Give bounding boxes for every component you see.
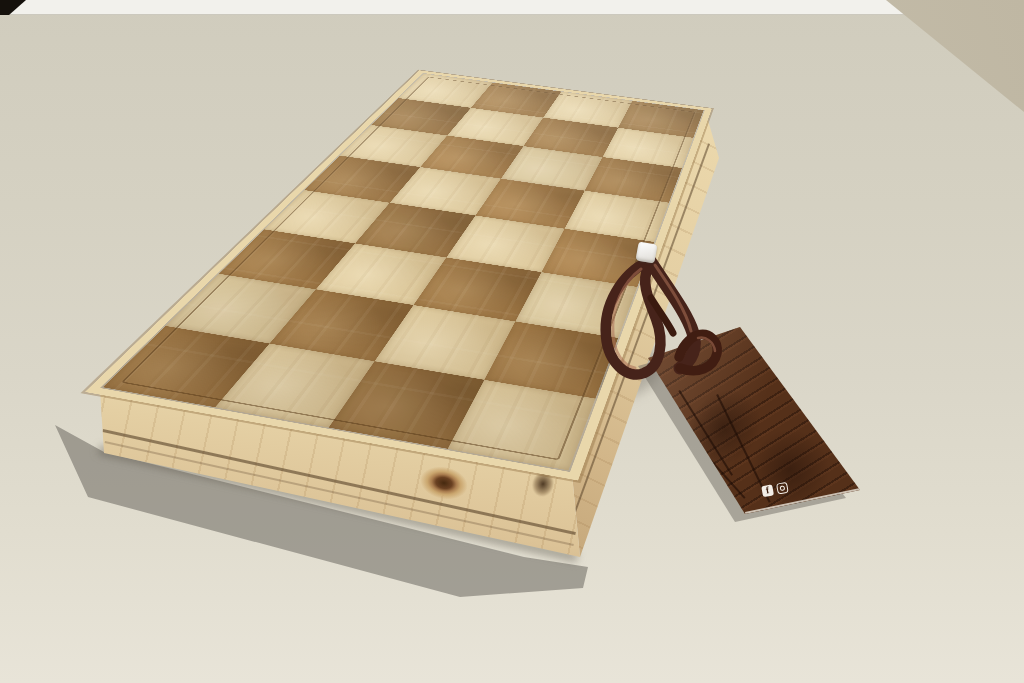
wall-background: [0, 0, 1024, 15]
facebook-glyph: f: [765, 486, 770, 496]
photo-scene: f: [0, 0, 1024, 683]
facebook-icon: f: [761, 484, 774, 497]
corner-knot: [529, 469, 557, 500]
instagram-icon: [776, 482, 789, 495]
instagram-lens-dot: [779, 485, 785, 491]
ribbon-clip: [635, 241, 657, 263]
wood-knot: [417, 462, 471, 503]
